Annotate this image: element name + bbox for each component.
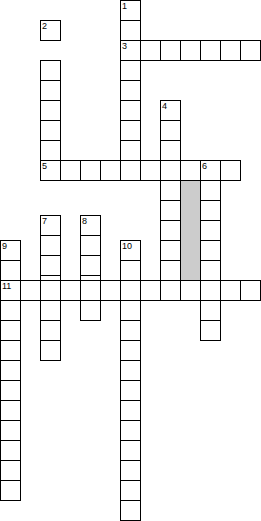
crossword-cell[interactable]	[0, 260, 21, 281]
crossword-cell[interactable]	[160, 220, 181, 241]
crossword-cell[interactable]	[120, 40, 141, 61]
crossword-cell[interactable]	[0, 300, 21, 321]
crossword-cell[interactable]	[160, 180, 181, 201]
crossword-cell[interactable]	[0, 280, 21, 301]
crossword-cell[interactable]	[120, 360, 141, 381]
crossword-cell[interactable]	[20, 280, 41, 301]
crossword-cell[interactable]	[80, 160, 101, 181]
crossword-cell[interactable]	[120, 120, 141, 141]
crossword-cell[interactable]	[240, 40, 261, 61]
crossword-cell[interactable]	[0, 360, 21, 381]
crossword-cell[interactable]	[120, 380, 141, 401]
crossword-cell[interactable]	[0, 440, 21, 461]
crossword-cell[interactable]	[40, 320, 61, 341]
crossword-cell[interactable]	[200, 320, 221, 341]
crossword-cell[interactable]	[120, 400, 141, 421]
crossword-cell[interactable]	[100, 280, 121, 301]
crossword-cell[interactable]	[40, 215, 61, 236]
crossword-cell[interactable]	[120, 320, 141, 341]
crossword-cell[interactable]	[200, 260, 221, 281]
crossword-cell[interactable]	[0, 400, 21, 421]
crossword-cell[interactable]	[200, 220, 221, 241]
crossword-cell[interactable]	[60, 160, 81, 181]
crossword-cell[interactable]	[160, 160, 181, 181]
crossword-cell[interactable]	[200, 160, 221, 181]
crossword-cell[interactable]	[120, 0, 141, 21]
crossword-cell[interactable]	[160, 40, 181, 61]
crossword-cell[interactable]	[100, 160, 121, 181]
crossword-cell[interactable]	[40, 160, 61, 181]
crossword-cell[interactable]	[120, 420, 141, 441]
crossword-cell[interactable]	[80, 300, 101, 321]
crossword-cell[interactable]	[160, 140, 181, 161]
crossword-cell[interactable]	[160, 200, 181, 221]
crossword-cell[interactable]	[40, 300, 61, 321]
crossword-cell[interactable]	[120, 160, 141, 181]
crossword-cell[interactable]	[200, 40, 221, 61]
crossword-cell[interactable]	[140, 40, 161, 61]
crossword-cell[interactable]	[200, 180, 221, 201]
crossword-cell[interactable]	[40, 340, 61, 361]
cell-gap-sliver	[80, 275, 101, 281]
crossword-cell[interactable]	[0, 480, 21, 501]
crossword-cell[interactable]	[40, 80, 61, 101]
crossword-cell[interactable]	[0, 340, 21, 361]
crossword-cell[interactable]	[80, 235, 101, 256]
crossword-cell[interactable]	[120, 440, 141, 461]
crossword-cell[interactable]	[120, 500, 141, 521]
crossword-cell[interactable]	[60, 280, 81, 301]
crossword-board: 1234567891011	[0, 0, 261, 521]
crossword-cell[interactable]	[80, 255, 101, 276]
crossword-cell[interactable]	[40, 120, 61, 141]
crossword-cell[interactable]	[40, 140, 61, 161]
crossword-cell[interactable]	[40, 20, 61, 41]
cell-gap-sliver	[40, 275, 61, 281]
crossword-cell[interactable]	[120, 480, 141, 501]
crossword-cell[interactable]	[120, 460, 141, 481]
crossword-cell[interactable]	[120, 20, 141, 41]
crossword-cell[interactable]	[160, 260, 181, 281]
crossword-cell[interactable]	[80, 280, 101, 301]
crossword-cell[interactable]	[140, 160, 161, 181]
crossword-cell[interactable]	[0, 240, 21, 261]
crossword-cell[interactable]	[200, 200, 221, 221]
crossword-cell[interactable]	[80, 215, 101, 236]
crossword-cell[interactable]	[160, 100, 181, 121]
crossword-cell[interactable]	[120, 300, 141, 321]
crossword-cell[interactable]	[220, 280, 241, 301]
crossword-cell[interactable]	[200, 240, 221, 261]
crossword-cell[interactable]	[140, 280, 161, 301]
crossword-cell[interactable]	[180, 40, 201, 61]
crossword-cell[interactable]	[120, 80, 141, 101]
crossword-cell[interactable]	[120, 260, 141, 281]
crossword-cell[interactable]	[160, 120, 181, 141]
crossword-cell[interactable]	[220, 160, 241, 181]
crossword-cell[interactable]	[200, 280, 221, 301]
crossword-cell[interactable]	[0, 320, 21, 341]
crossword-cell[interactable]	[160, 280, 181, 301]
crossword-cell[interactable]	[40, 235, 61, 256]
crossword-cell[interactable]	[120, 60, 141, 81]
crossword-cell[interactable]	[40, 280, 61, 301]
crossword-cell[interactable]	[180, 160, 201, 181]
crossword-cell[interactable]	[180, 280, 201, 301]
crossword-cell[interactable]	[0, 420, 21, 441]
crossword-cell[interactable]	[40, 100, 61, 121]
crossword-cell[interactable]	[120, 100, 141, 121]
crossword-cell[interactable]	[220, 40, 241, 61]
crossword-cell[interactable]	[120, 140, 141, 161]
crossword-cell[interactable]	[200, 300, 221, 321]
crossword-cell[interactable]	[0, 460, 21, 481]
crossword-cell[interactable]	[0, 380, 21, 401]
crossword-cell[interactable]	[240, 280, 261, 301]
crossword-cell[interactable]	[120, 240, 141, 261]
crossword-cell[interactable]	[160, 240, 181, 261]
crossword-cell[interactable]	[40, 60, 61, 81]
crossword-cell[interactable]	[120, 280, 141, 301]
shaded-answer-cells[interactable]	[180, 180, 201, 281]
crossword-cell[interactable]	[40, 255, 61, 276]
crossword-cell[interactable]	[120, 340, 141, 361]
